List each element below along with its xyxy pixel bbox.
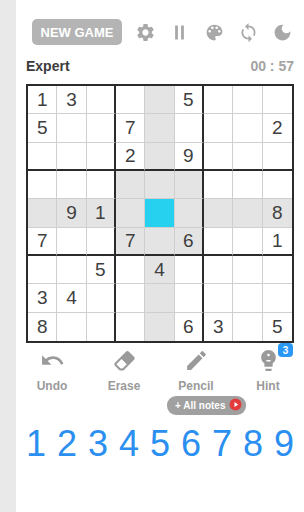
cell-r6c5[interactable] [145, 228, 174, 256]
cell-r1c4[interactable] [116, 86, 145, 114]
cell-r7c4[interactable] [116, 256, 145, 284]
cell-r8c7[interactable] [204, 284, 233, 312]
pencil-label: Pencil [178, 379, 213, 393]
cell-r7c1[interactable] [28, 256, 57, 284]
cell-r3c3[interactable] [87, 143, 116, 171]
cell-r9c4[interactable] [116, 313, 145, 341]
cell-r5c1[interactable] [28, 199, 57, 227]
cell-r7c7[interactable] [204, 256, 233, 284]
undo-label: Undo [37, 379, 68, 393]
erase-button[interactable]: Erase [93, 348, 155, 393]
cell-r3c2[interactable] [57, 143, 86, 171]
cell-r5c5[interactable] [145, 199, 174, 227]
cell-r8c2[interactable]: 4 [57, 284, 86, 312]
toolbar: Undo Erase Pencil 3 Hint [16, 348, 304, 393]
number-pad: 123456789 [16, 424, 304, 464]
cell-r1c5[interactable] [145, 86, 174, 114]
cell-r9c6[interactable]: 6 [175, 313, 204, 341]
cell-r5c6[interactable] [175, 199, 204, 227]
cell-r9c7[interactable]: 3 [204, 313, 233, 341]
dark-mode-icon[interactable] [272, 21, 294, 43]
undo-icon [40, 348, 65, 377]
cell-r8c6[interactable] [175, 284, 204, 312]
cell-r8c8[interactable] [233, 284, 262, 312]
cell-r6c6[interactable]: 6 [175, 228, 204, 256]
cell-r8c3[interactable] [87, 284, 116, 312]
numpad-digit-9[interactable]: 9 [274, 424, 294, 464]
cell-r6c2[interactable] [57, 228, 86, 256]
numpad-digit-2[interactable]: 2 [57, 424, 77, 464]
cell-r4c5[interactable] [145, 171, 174, 199]
cell-r2c2[interactable] [57, 114, 86, 142]
pause-icon[interactable] [169, 21, 191, 43]
status-row: Expert 00 : 57 [26, 58, 294, 74]
lightbulb-icon [256, 348, 281, 377]
cell-r2c6[interactable] [175, 114, 204, 142]
palette-icon[interactable] [203, 21, 225, 43]
eraser-icon [112, 348, 137, 377]
cell-r9c8[interactable] [233, 313, 262, 341]
all-notes-label: + All notes [175, 400, 225, 411]
numpad-digit-5[interactable]: 5 [150, 424, 170, 464]
cell-r3c4[interactable]: 2 [116, 143, 145, 171]
cell-r5c2[interactable]: 9 [57, 199, 86, 227]
cell-r6c4[interactable]: 7 [116, 228, 145, 256]
cell-r8c9[interactable] [263, 284, 292, 312]
cell-r4c9[interactable] [263, 171, 292, 199]
play-ad-icon [229, 397, 242, 415]
cell-r1c3[interactable] [87, 86, 116, 114]
cell-r7c9[interactable] [263, 256, 292, 284]
sudoku-board: 13557229918776154348635 [26, 84, 294, 343]
cell-r1c8[interactable] [233, 86, 262, 114]
restart-icon[interactable] [238, 21, 260, 43]
cell-r9c5[interactable] [145, 313, 174, 341]
cell-r6c1[interactable]: 7 [28, 228, 57, 256]
cell-r4c2[interactable] [57, 171, 86, 199]
undo-button[interactable]: Undo [21, 348, 83, 393]
cell-r7c3[interactable]: 5 [87, 256, 116, 284]
cell-r4c3[interactable] [87, 171, 116, 199]
cell-r3c6[interactable]: 9 [175, 143, 204, 171]
hint-button[interactable]: 3 Hint [237, 348, 299, 393]
cell-r2c7[interactable] [204, 114, 233, 142]
numpad-digit-3[interactable]: 3 [88, 424, 108, 464]
cell-r5c7[interactable] [204, 199, 233, 227]
pencil-icon [184, 348, 209, 377]
cell-r7c5[interactable]: 4 [145, 256, 174, 284]
cell-r9c9[interactable]: 5 [263, 313, 292, 341]
top-bar: NEW GAME [16, 18, 304, 46]
cell-r5c8[interactable] [233, 199, 262, 227]
cell-r4c7[interactable] [204, 171, 233, 199]
cell-r4c1[interactable] [28, 171, 57, 199]
cell-r5c4[interactable] [116, 199, 145, 227]
cell-r9c1[interactable]: 8 [28, 313, 57, 341]
cell-r1c2[interactable]: 3 [57, 86, 86, 114]
cell-r6c7[interactable] [204, 228, 233, 256]
hint-count-badge: 3 [278, 343, 293, 357]
numpad-digit-4[interactable]: 4 [119, 424, 139, 464]
cell-r6c9[interactable]: 1 [263, 228, 292, 256]
cell-r8c4[interactable] [116, 284, 145, 312]
cell-r2c8[interactable] [233, 114, 262, 142]
cell-r7c2[interactable] [57, 256, 86, 284]
cell-r3c9[interactable] [263, 143, 292, 171]
cell-r5c9[interactable]: 8 [263, 199, 292, 227]
all-notes-button[interactable]: + All notes [167, 396, 246, 415]
timer: 00 : 57 [250, 58, 294, 74]
cell-r6c8[interactable] [233, 228, 262, 256]
gear-icon[interactable] [134, 21, 156, 43]
cell-r2c5[interactable] [145, 114, 174, 142]
cell-r5c3[interactable]: 1 [87, 199, 116, 227]
numpad-digit-6[interactable]: 6 [181, 424, 201, 464]
cell-r8c5[interactable] [145, 284, 174, 312]
cell-r1c7[interactable] [204, 86, 233, 114]
cell-r1c1[interactable]: 1 [28, 86, 57, 114]
pencil-button[interactable]: Pencil [165, 348, 227, 393]
hint-label: Hint [256, 379, 279, 393]
numpad-digit-8[interactable]: 8 [243, 424, 263, 464]
cell-r2c3[interactable] [87, 114, 116, 142]
cell-r2c4[interactable]: 7 [116, 114, 145, 142]
cell-r1c6[interactable]: 5 [175, 86, 204, 114]
numpad-digit-1[interactable]: 1 [26, 424, 46, 464]
cell-r2c9[interactable]: 2 [263, 114, 292, 142]
difficulty-label: Expert [26, 58, 70, 74]
cell-r3c7[interactable] [204, 143, 233, 171]
cell-r9c2[interactable] [57, 313, 86, 341]
cell-r4c4[interactable] [116, 171, 145, 199]
cell-r1c9[interactable] [263, 86, 292, 114]
cell-r6c3[interactable] [87, 228, 116, 256]
cell-r8c1[interactable]: 3 [28, 284, 57, 312]
cell-r7c6[interactable] [175, 256, 204, 284]
cell-r3c5[interactable] [145, 143, 174, 171]
sudoku-app: NEW GAME Expert 00 : 57 1355722991877615… [16, 0, 304, 512]
cell-r3c8[interactable] [233, 143, 262, 171]
cell-r4c6[interactable] [175, 171, 204, 199]
cell-r7c8[interactable] [233, 256, 262, 284]
cell-r9c3[interactable] [87, 313, 116, 341]
erase-label: Erase [108, 379, 141, 393]
numpad-digit-7[interactable]: 7 [212, 424, 232, 464]
cell-r4c8[interactable] [233, 171, 262, 199]
cell-r3c1[interactable] [28, 143, 57, 171]
new-game-button[interactable]: NEW GAME [32, 19, 122, 45]
cell-r2c1[interactable]: 5 [28, 114, 57, 142]
